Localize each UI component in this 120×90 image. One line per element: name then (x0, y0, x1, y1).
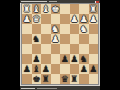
square-g6[interactable]: ♟ (32, 54, 42, 64)
window-title-text (21, 1, 47, 2)
square-g2[interactable]: ♛ (32, 14, 42, 24)
piece-white-knight[interactable]: ♞ (80, 24, 88, 34)
square-d7[interactable] (60, 64, 70, 74)
chess-app-window: ♜♝♝♚♜♟♛♟♟♟♞♞♞♟♟♟♟♞♟♝♟♟♟♚♜♛♜ (20, 0, 100, 90)
piece-black-king[interactable]: ♚ (32, 74, 40, 84)
piece-black-bishop[interactable]: ♝ (32, 64, 40, 74)
piece-white-rook[interactable]: ♜ (23, 4, 31, 14)
piece-white-rook[interactable]: ♜ (89, 4, 97, 14)
square-c6[interactable]: ♟ (70, 54, 80, 64)
square-c3[interactable] (70, 24, 80, 34)
square-f2[interactable] (41, 14, 51, 24)
square-c5[interactable] (70, 44, 80, 54)
square-g7[interactable]: ♝ (32, 64, 42, 74)
square-d1[interactable] (60, 4, 70, 14)
square-a2[interactable]: ♟ (89, 14, 99, 24)
chess-board: ♜♝♝♚♜♟♛♟♟♟♞♞♞♟♟♟♟♞♟♝♟♟♟♚♜♛♜ (22, 4, 98, 84)
square-g8[interactable]: ♚ (32, 74, 42, 84)
square-d5[interactable] (60, 44, 70, 54)
square-a1[interactable]: ♜ (89, 4, 99, 14)
square-g1[interactable]: ♝ (32, 4, 42, 14)
square-g4[interactable]: ♞ (32, 34, 42, 44)
piece-black-knight[interactable]: ♞ (80, 54, 88, 64)
square-h4[interactable] (22, 34, 32, 44)
square-b4[interactable] (79, 34, 89, 44)
square-b2[interactable]: ♟ (79, 14, 89, 24)
square-c2[interactable]: ♟ (70, 14, 80, 24)
square-h3[interactable] (22, 24, 32, 34)
square-a5[interactable] (89, 44, 99, 54)
square-b8[interactable] (79, 74, 89, 84)
square-e2[interactable] (51, 14, 61, 24)
piece-black-pawn[interactable]: ♟ (80, 64, 88, 74)
left-letterbox-bar (0, 0, 20, 90)
piece-white-king[interactable]: ♚ (51, 4, 59, 14)
window-title-text-secondary (49, 1, 57, 2)
square-h1[interactable]: ♜ (22, 4, 32, 14)
square-h7[interactable]: ♟ (22, 64, 32, 74)
square-b5[interactable] (79, 44, 89, 54)
square-e5[interactable] (51, 44, 61, 54)
piece-black-pawn[interactable]: ♟ (32, 54, 40, 64)
square-f6[interactable] (41, 54, 51, 64)
piece-black-pawn[interactable]: ♟ (61, 54, 69, 64)
piece-white-bishop[interactable]: ♝ (42, 4, 50, 14)
piece-white-pawn[interactable]: ♟ (23, 14, 31, 24)
piece-white-pawn[interactable]: ♟ (70, 14, 78, 24)
square-e1[interactable]: ♚ (51, 4, 61, 14)
square-h2[interactable]: ♟ (22, 14, 32, 24)
screenshot-frame: ♜♝♝♚♜♟♛♟♟♟♞♞♞♟♟♟♟♞♟♝♟♟♟♚♜♛♜ (0, 0, 120, 90)
square-d8[interactable]: ♛ (60, 74, 70, 84)
board-area: ♜♝♝♚♜♟♛♟♟♟♞♞♞♟♟♟♟♞♟♝♟♟♟♚♜♛♜ (20, 3, 100, 86)
piece-white-knight[interactable]: ♞ (51, 24, 59, 34)
piece-black-queen[interactable]: ♛ (61, 74, 69, 84)
piece-white-pawn[interactable]: ♟ (89, 14, 97, 24)
piece-black-pawn[interactable]: ♟ (70, 54, 78, 64)
status-bar-text (21, 88, 35, 89)
square-b1[interactable] (79, 4, 89, 14)
piece-white-queen[interactable]: ♛ (32, 14, 40, 24)
square-h8[interactable] (22, 74, 32, 84)
square-f4[interactable] (41, 34, 51, 44)
piece-black-rook[interactable]: ♜ (70, 74, 78, 84)
right-letterbox-bar (100, 0, 120, 90)
square-d6[interactable]: ♟ (60, 54, 70, 64)
square-b6[interactable]: ♞ (79, 54, 89, 64)
square-h6[interactable] (22, 54, 32, 64)
square-h5[interactable] (22, 44, 32, 54)
piece-black-knight[interactable]: ♞ (32, 34, 40, 44)
piece-black-pawn[interactable]: ♟ (23, 64, 31, 74)
piece-black-rook[interactable]: ♜ (42, 74, 50, 84)
square-c1[interactable] (70, 4, 80, 14)
square-f8[interactable]: ♜ (41, 74, 51, 84)
square-d3[interactable] (60, 24, 70, 34)
piece-white-pawn[interactable]: ♟ (51, 34, 59, 44)
square-e3[interactable]: ♞ (51, 24, 61, 34)
square-d4[interactable] (60, 34, 70, 44)
square-c4[interactable] (70, 34, 80, 44)
square-g3[interactable] (32, 24, 42, 34)
piece-black-pawn[interactable]: ♟ (42, 64, 50, 74)
square-g5[interactable] (32, 44, 42, 54)
square-e8[interactable] (51, 74, 61, 84)
square-c8[interactable]: ♜ (70, 74, 80, 84)
square-f1[interactable]: ♝ (41, 4, 51, 14)
status-bar (20, 86, 100, 90)
status-bar-text-secondary (37, 88, 57, 89)
square-a4[interactable] (89, 34, 99, 44)
square-d2[interactable] (60, 14, 70, 24)
square-a8[interactable] (89, 74, 99, 84)
square-c7[interactable] (70, 64, 80, 74)
square-f5[interactable] (41, 44, 51, 54)
square-b7[interactable]: ♟ (79, 64, 89, 74)
square-a6[interactable] (89, 54, 99, 64)
square-e4[interactable]: ♟ (51, 34, 61, 44)
square-e6[interactable] (51, 54, 61, 64)
piece-black-pawn[interactable]: ♟ (89, 64, 97, 74)
piece-white-pawn[interactable]: ♟ (80, 14, 88, 24)
piece-white-bishop[interactable]: ♝ (32, 4, 40, 14)
square-f3[interactable] (41, 24, 51, 34)
square-a7[interactable]: ♟ (89, 64, 99, 74)
square-e7[interactable] (51, 64, 61, 74)
square-a3[interactable] (89, 24, 99, 34)
square-b3[interactable]: ♞ (79, 24, 89, 34)
square-f7[interactable]: ♟ (41, 64, 51, 74)
